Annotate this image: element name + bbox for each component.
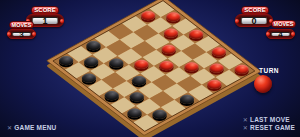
turn-label: TURN: [259, 67, 279, 74]
left-score-value: 1: [32, 17, 58, 24]
right-score-value: 0: [241, 17, 267, 24]
left-moves-label: MOVES: [9, 21, 34, 29]
menu-bullet-icon: ✕: [7, 124, 12, 131]
right-moves-display: 4: [266, 29, 295, 39]
right-moves-value: 4: [271, 32, 290, 36]
reset-game-button[interactable]: ✕ RESET GAME: [243, 124, 295, 131]
checkers-game-screen: SCORE 1 MOVES 3 SCORE 0 MOVES 4 TURN ✕ G…: [0, 0, 300, 137]
left-moves-value: 3: [12, 32, 31, 36]
menu-bullet-icon: ✕: [243, 124, 248, 131]
right-score-display: 0: [235, 14, 273, 27]
menu-bullet-icon: ✕: [243, 116, 248, 123]
game-menu-button[interactable]: ✕ GAME MENU: [7, 124, 56, 131]
checkers-board[interactable]: [46, 0, 262, 136]
last-move-label: LAST MOVE: [250, 116, 290, 123]
left-moves-display: 3: [7, 29, 36, 39]
game-menu-label: GAME MENU: [14, 124, 56, 131]
turn-indicator-ball: [254, 75, 272, 93]
board-grid[interactable]: [54, 1, 255, 131]
last-move-button[interactable]: ✕ LAST MOVE: [243, 116, 290, 123]
reset-game-label: RESET GAME: [250, 124, 295, 131]
right-moves-label: MOVES: [271, 20, 296, 28]
right-menu: ✕ LAST MOVE ✕ RESET GAME: [243, 116, 295, 131]
